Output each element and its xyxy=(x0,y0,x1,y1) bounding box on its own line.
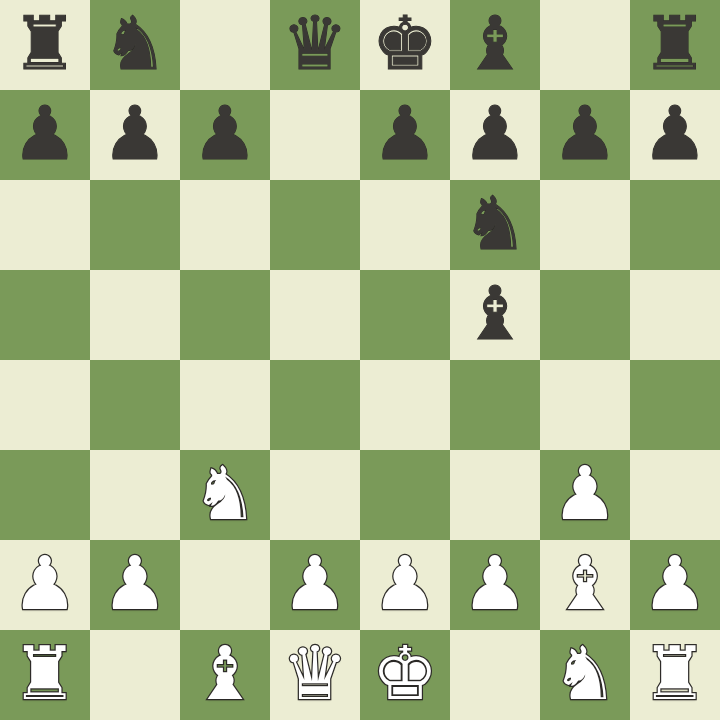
square-e2[interactable]: ♟ xyxy=(360,540,450,630)
white-rook[interactable]: ♜ xyxy=(642,636,708,710)
chess-board: ♜♞♛♚♝♜♟♟♟♟♟♟♟♞♝♞♟♟♟♟♟♟♝♟♜♝♛♚♞♜ xyxy=(0,0,720,720)
square-d7[interactable] xyxy=(270,90,360,180)
square-e3[interactable] xyxy=(360,450,450,540)
square-h7[interactable]: ♟ xyxy=(630,90,720,180)
square-c5[interactable] xyxy=(180,270,270,360)
white-rook[interactable]: ♜ xyxy=(12,636,78,710)
black-bishop[interactable]: ♝ xyxy=(462,276,528,350)
black-rook[interactable]: ♜ xyxy=(642,6,708,80)
white-knight[interactable]: ♞ xyxy=(192,456,258,530)
square-b4[interactable] xyxy=(90,360,180,450)
square-h6[interactable] xyxy=(630,180,720,270)
square-a1[interactable]: ♜ xyxy=(0,630,90,720)
square-g8[interactable] xyxy=(540,0,630,90)
black-pawn[interactable]: ♟ xyxy=(462,96,528,170)
square-h1[interactable]: ♜ xyxy=(630,630,720,720)
black-pawn[interactable]: ♟ xyxy=(552,96,618,170)
square-b8[interactable]: ♞ xyxy=(90,0,180,90)
square-g7[interactable]: ♟ xyxy=(540,90,630,180)
square-e4[interactable] xyxy=(360,360,450,450)
square-e7[interactable]: ♟ xyxy=(360,90,450,180)
square-g6[interactable] xyxy=(540,180,630,270)
white-king[interactable]: ♚ xyxy=(372,636,438,710)
square-b3[interactable] xyxy=(90,450,180,540)
square-d6[interactable] xyxy=(270,180,360,270)
square-g3[interactable]: ♟ xyxy=(540,450,630,540)
square-d5[interactable] xyxy=(270,270,360,360)
square-c2[interactable] xyxy=(180,540,270,630)
square-f6[interactable]: ♞ xyxy=(450,180,540,270)
square-c4[interactable] xyxy=(180,360,270,450)
square-b6[interactable] xyxy=(90,180,180,270)
square-d2[interactable]: ♟ xyxy=(270,540,360,630)
white-knight[interactable]: ♞ xyxy=(552,636,618,710)
black-knight[interactable]: ♞ xyxy=(102,6,168,80)
black-queen[interactable]: ♛ xyxy=(282,6,348,80)
black-pawn[interactable]: ♟ xyxy=(192,96,258,170)
square-g1[interactable]: ♞ xyxy=(540,630,630,720)
square-f3[interactable] xyxy=(450,450,540,540)
square-f7[interactable]: ♟ xyxy=(450,90,540,180)
white-pawn[interactable]: ♟ xyxy=(552,456,618,530)
square-b7[interactable]: ♟ xyxy=(90,90,180,180)
black-pawn[interactable]: ♟ xyxy=(102,96,168,170)
square-f2[interactable]: ♟ xyxy=(450,540,540,630)
square-h4[interactable] xyxy=(630,360,720,450)
white-pawn[interactable]: ♟ xyxy=(462,546,528,620)
square-f4[interactable] xyxy=(450,360,540,450)
black-pawn[interactable]: ♟ xyxy=(642,96,708,170)
square-g5[interactable] xyxy=(540,270,630,360)
square-a5[interactable] xyxy=(0,270,90,360)
square-d1[interactable]: ♛ xyxy=(270,630,360,720)
square-e1[interactable]: ♚ xyxy=(360,630,450,720)
black-pawn[interactable]: ♟ xyxy=(372,96,438,170)
white-pawn[interactable]: ♟ xyxy=(12,546,78,620)
square-c6[interactable] xyxy=(180,180,270,270)
square-h2[interactable]: ♟ xyxy=(630,540,720,630)
square-c3[interactable]: ♞ xyxy=(180,450,270,540)
white-bishop[interactable]: ♝ xyxy=(552,546,618,620)
square-a6[interactable] xyxy=(0,180,90,270)
square-f1[interactable] xyxy=(450,630,540,720)
white-pawn[interactable]: ♟ xyxy=(372,546,438,620)
square-d8[interactable]: ♛ xyxy=(270,0,360,90)
square-c8[interactable] xyxy=(180,0,270,90)
square-b5[interactable] xyxy=(90,270,180,360)
square-d3[interactable] xyxy=(270,450,360,540)
square-h5[interactable] xyxy=(630,270,720,360)
black-knight[interactable]: ♞ xyxy=(462,186,528,260)
square-h8[interactable]: ♜ xyxy=(630,0,720,90)
square-b1[interactable] xyxy=(90,630,180,720)
square-f8[interactable]: ♝ xyxy=(450,0,540,90)
square-a8[interactable]: ♜ xyxy=(0,0,90,90)
square-c1[interactable]: ♝ xyxy=(180,630,270,720)
square-e8[interactable]: ♚ xyxy=(360,0,450,90)
white-pawn[interactable]: ♟ xyxy=(642,546,708,620)
white-pawn[interactable]: ♟ xyxy=(102,546,168,620)
square-a4[interactable] xyxy=(0,360,90,450)
white-queen[interactable]: ♛ xyxy=(282,636,348,710)
square-e5[interactable] xyxy=(360,270,450,360)
square-c7[interactable]: ♟ xyxy=(180,90,270,180)
square-g2[interactable]: ♝ xyxy=(540,540,630,630)
square-b2[interactable]: ♟ xyxy=(90,540,180,630)
square-e6[interactable] xyxy=(360,180,450,270)
square-g4[interactable] xyxy=(540,360,630,450)
square-h3[interactable] xyxy=(630,450,720,540)
black-pawn[interactable]: ♟ xyxy=(12,96,78,170)
black-rook[interactable]: ♜ xyxy=(12,6,78,80)
square-a7[interactable]: ♟ xyxy=(0,90,90,180)
square-d4[interactable] xyxy=(270,360,360,450)
black-bishop[interactable]: ♝ xyxy=(462,6,528,80)
square-a2[interactable]: ♟ xyxy=(0,540,90,630)
square-a3[interactable] xyxy=(0,450,90,540)
white-bishop[interactable]: ♝ xyxy=(192,636,258,710)
black-king[interactable]: ♚ xyxy=(372,6,438,80)
white-pawn[interactable]: ♟ xyxy=(282,546,348,620)
square-f5[interactable]: ♝ xyxy=(450,270,540,360)
